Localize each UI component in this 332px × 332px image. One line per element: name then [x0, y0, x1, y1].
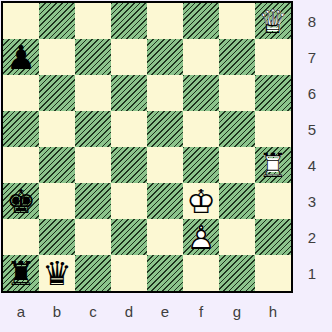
square-a3-black-king[interactable]: ♚ — [3, 183, 39, 219]
white-king-piece: ♔ — [183, 183, 219, 219]
square-e5[interactable] — [147, 111, 183, 147]
square-f3-white-king[interactable]: ♚♔ — [183, 183, 219, 219]
square-h7[interactable] — [255, 39, 291, 75]
square-f6[interactable] — [183, 75, 219, 111]
rank-label-5: 5 — [296, 111, 328, 147]
file-label-h: h — [255, 295, 291, 327]
square-d7[interactable] — [111, 39, 147, 75]
square-b4[interactable] — [39, 147, 75, 183]
square-g2[interactable] — [219, 219, 255, 255]
square-e6[interactable] — [147, 75, 183, 111]
square-f4[interactable] — [183, 147, 219, 183]
square-d8[interactable] — [111, 3, 147, 39]
white-pawn-piece: ♙ — [183, 219, 219, 255]
rank-label-8: 8 — [296, 3, 328, 39]
square-b5[interactable] — [39, 111, 75, 147]
file-label-b: b — [39, 295, 75, 327]
square-f8[interactable] — [183, 3, 219, 39]
square-h2[interactable] — [255, 219, 291, 255]
square-g5[interactable] — [219, 111, 255, 147]
square-e8[interactable] — [147, 3, 183, 39]
file-label-e: e — [147, 295, 183, 327]
square-g1[interactable] — [219, 255, 255, 291]
square-h3[interactable] — [255, 183, 291, 219]
file-label-c: c — [75, 295, 111, 327]
black-rook-piece: ♜ — [3, 255, 39, 291]
square-f2-white-pawn[interactable]: ♟♙ — [183, 219, 219, 255]
file-label-f: f — [183, 295, 219, 327]
square-c6[interactable] — [75, 75, 111, 111]
rank-label-3: 3 — [296, 183, 328, 219]
chess-diagram-page: { "game": "chess", "position": { "fen": … — [0, 0, 332, 332]
square-c3[interactable] — [75, 183, 111, 219]
square-a6[interactable] — [3, 75, 39, 111]
square-c7[interactable] — [75, 39, 111, 75]
square-f7[interactable] — [183, 39, 219, 75]
square-d4[interactable] — [111, 147, 147, 183]
white-rook-piece: ♖ — [255, 147, 291, 183]
square-h4-white-rook[interactable]: ♜♖ — [255, 147, 291, 183]
square-a2[interactable] — [3, 219, 39, 255]
white-pawn-fill: ♟ — [183, 219, 219, 255]
square-g4[interactable] — [219, 147, 255, 183]
white-queen-fill: ♛ — [255, 3, 291, 39]
rank-labels: 87654321 — [296, 3, 328, 291]
square-a5[interactable] — [3, 111, 39, 147]
square-d2[interactable] — [111, 219, 147, 255]
square-d5[interactable] — [111, 111, 147, 147]
square-g7[interactable] — [219, 39, 255, 75]
file-labels: abcdefgh — [3, 295, 291, 327]
square-f5[interactable] — [183, 111, 219, 147]
square-d6[interactable] — [111, 75, 147, 111]
square-h6[interactable] — [255, 75, 291, 111]
square-e2[interactable] — [147, 219, 183, 255]
square-a1-black-rook[interactable]: ♜ — [3, 255, 39, 291]
file-label-a: a — [3, 295, 39, 327]
square-h8-white-queen[interactable]: ♛♕ — [255, 3, 291, 39]
square-b6[interactable] — [39, 75, 75, 111]
black-queen-piece: ♛ — [39, 255, 75, 291]
square-h5[interactable] — [255, 111, 291, 147]
rank-label-2: 2 — [296, 219, 328, 255]
square-c1[interactable] — [75, 255, 111, 291]
square-e3[interactable] — [147, 183, 183, 219]
square-c2[interactable] — [75, 219, 111, 255]
rank-label-1: 1 — [296, 255, 328, 291]
rank-label-6: 6 — [296, 75, 328, 111]
square-b7[interactable] — [39, 39, 75, 75]
chess-board: ♛♕♟♜♖♚♚♔♟♙♜♛ — [1, 1, 293, 293]
square-f1[interactable] — [183, 255, 219, 291]
square-d1[interactable] — [111, 255, 147, 291]
black-king-piece: ♚ — [3, 183, 39, 219]
square-c5[interactable] — [75, 111, 111, 147]
file-label-d: d — [111, 295, 147, 327]
square-g8[interactable] — [219, 3, 255, 39]
black-pawn-piece: ♟ — [3, 39, 39, 75]
square-a8[interactable] — [3, 3, 39, 39]
square-b2[interactable] — [39, 219, 75, 255]
square-g3[interactable] — [219, 183, 255, 219]
square-d3[interactable] — [111, 183, 147, 219]
white-queen-piece: ♕ — [255, 3, 291, 39]
square-c8[interactable] — [75, 3, 111, 39]
square-e1[interactable] — [147, 255, 183, 291]
square-e4[interactable] — [147, 147, 183, 183]
square-h1[interactable] — [255, 255, 291, 291]
square-b8[interactable] — [39, 3, 75, 39]
rank-label-4: 4 — [296, 147, 328, 183]
square-e7[interactable] — [147, 39, 183, 75]
square-a4[interactable] — [3, 147, 39, 183]
white-rook-fill: ♜ — [255, 147, 291, 183]
square-b1-black-queen[interactable]: ♛ — [39, 255, 75, 291]
square-g6[interactable] — [219, 75, 255, 111]
rank-label-7: 7 — [296, 39, 328, 75]
square-a7-black-pawn[interactable]: ♟ — [3, 39, 39, 75]
white-king-fill: ♚ — [183, 183, 219, 219]
square-b3[interactable] — [39, 183, 75, 219]
file-label-g: g — [219, 295, 255, 327]
square-c4[interactable] — [75, 147, 111, 183]
